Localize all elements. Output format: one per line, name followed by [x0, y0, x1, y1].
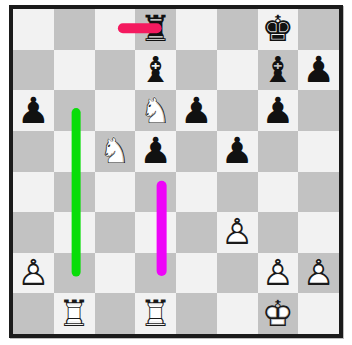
white-rook-d1[interactable]: ♜♖ [135, 293, 176, 334]
square-d6[interactable]: ♞♘ [135, 90, 176, 131]
square-d1[interactable]: ♜♖ [135, 293, 176, 334]
square-c4[interactable] [95, 172, 136, 213]
square-d5[interactable]: ♟ [135, 131, 176, 172]
black-bishop-glyph: ♝ [139, 52, 171, 88]
square-b2[interactable] [54, 253, 95, 294]
square-g6[interactable]: ♟ [258, 90, 299, 131]
square-f2[interactable] [217, 253, 258, 294]
square-b4[interactable] [54, 172, 95, 213]
white-pawn-a2[interactable]: ♟♙ [13, 253, 54, 294]
square-e2[interactable] [176, 253, 217, 294]
square-b1[interactable]: ♜♖ [54, 293, 95, 334]
square-f3[interactable]: ♟♙ [217, 212, 258, 253]
square-c7[interactable] [95, 50, 136, 91]
square-e7[interactable] [176, 50, 217, 91]
square-c2[interactable] [95, 253, 136, 294]
square-c6[interactable] [95, 90, 136, 131]
white-pawn-glyph: ♙ [17, 255, 49, 291]
square-a4[interactable] [13, 172, 54, 213]
black-pawn-a6[interactable]: ♟ [13, 90, 54, 131]
square-c3[interactable] [95, 212, 136, 253]
square-g5[interactable] [258, 131, 299, 172]
black-pawn-g6[interactable]: ♟ [258, 90, 299, 131]
chess-board: ♜♚♝♝♟♟♞♘♟♟♞♘♟♟♟♙♟♙♟♙♟♙♜♖♜♖♚♔ [13, 9, 339, 334]
square-h6[interactable] [298, 90, 339, 131]
square-e4[interactable] [176, 172, 217, 213]
square-c1[interactable] [95, 293, 136, 334]
square-g7[interactable]: ♝ [258, 50, 299, 91]
square-f7[interactable] [217, 50, 258, 91]
white-king-glyph: ♔ [262, 296, 294, 332]
square-e5[interactable] [176, 131, 217, 172]
white-rook-glyph: ♖ [139, 296, 171, 332]
square-h5[interactable] [298, 131, 339, 172]
square-a5[interactable] [13, 131, 54, 172]
square-b5[interactable] [54, 131, 95, 172]
white-knight-d6[interactable]: ♞♘ [135, 90, 176, 131]
white-knight-c5[interactable]: ♞♘ [95, 131, 136, 172]
board-frame: ♜♚♝♝♟♟♞♘♟♟♞♘♟♟♟♙♟♙♟♙♟♙♜♖♜♖♚♔ [9, 5, 343, 338]
black-rook-glyph: ♜ [139, 11, 171, 47]
square-h7[interactable]: ♟ [298, 50, 339, 91]
square-a2[interactable]: ♟♙ [13, 253, 54, 294]
square-a8[interactable] [13, 9, 54, 50]
white-pawn-g2[interactable]: ♟♙ [258, 253, 299, 294]
square-b7[interactable] [54, 50, 95, 91]
square-c5[interactable]: ♞♘ [95, 131, 136, 172]
square-g8[interactable]: ♚ [258, 9, 299, 50]
square-d4[interactable] [135, 172, 176, 213]
square-f4[interactable] [217, 172, 258, 213]
white-pawn-glyph: ♙ [221, 214, 253, 250]
black-pawn-e6[interactable]: ♟ [176, 90, 217, 131]
white-knight-glyph: ♘ [139, 93, 171, 129]
square-e1[interactable] [176, 293, 217, 334]
square-h1[interactable] [298, 293, 339, 334]
square-g2[interactable]: ♟♙ [258, 253, 299, 294]
square-a6[interactable]: ♟ [13, 90, 54, 131]
white-rook-glyph: ♖ [58, 296, 90, 332]
square-d7[interactable]: ♝ [135, 50, 176, 91]
square-h8[interactable] [298, 9, 339, 50]
white-pawn-f3[interactable]: ♟♙ [217, 212, 258, 253]
black-pawn-f5[interactable]: ♟ [217, 131, 258, 172]
black-bishop-d7[interactable]: ♝ [135, 50, 176, 91]
black-bishop-g7[interactable]: ♝ [258, 50, 299, 91]
square-g1[interactable]: ♚♔ [258, 293, 299, 334]
black-pawn-glyph: ♟ [302, 52, 334, 88]
square-g4[interactable] [258, 172, 299, 213]
black-king-glyph: ♚ [262, 11, 294, 47]
black-pawn-d5[interactable]: ♟ [135, 131, 176, 172]
white-knight-glyph: ♘ [99, 133, 131, 169]
black-bishop-glyph: ♝ [262, 52, 294, 88]
black-pawn-glyph: ♟ [180, 93, 212, 129]
square-c8[interactable] [95, 9, 136, 50]
white-pawn-glyph: ♙ [262, 255, 294, 291]
white-rook-b1[interactable]: ♜♖ [54, 293, 95, 334]
square-f8[interactable] [217, 9, 258, 50]
black-king-g8[interactable]: ♚ [258, 9, 299, 50]
square-d3[interactable] [135, 212, 176, 253]
square-b8[interactable] [54, 9, 95, 50]
square-h3[interactable] [298, 212, 339, 253]
black-rook-d8[interactable]: ♜ [135, 9, 176, 50]
square-e6[interactable]: ♟ [176, 90, 217, 131]
black-pawn-glyph: ♟ [262, 93, 294, 129]
square-f1[interactable] [217, 293, 258, 334]
black-pawn-glyph: ♟ [17, 93, 49, 129]
square-b3[interactable] [54, 212, 95, 253]
chess-diagram: ♜♚♝♝♟♟♞♘♟♟♞♘♟♟♟♙♟♙♟♙♟♙♜♖♜♖♚♔ [0, 0, 352, 345]
square-d8[interactable]: ♜ [135, 9, 176, 50]
square-b6[interactable] [54, 90, 95, 131]
square-a7[interactable] [13, 50, 54, 91]
white-king-g1[interactable]: ♚♔ [258, 293, 299, 334]
square-a3[interactable] [13, 212, 54, 253]
square-h4[interactable] [298, 172, 339, 213]
square-a1[interactable] [13, 293, 54, 334]
black-pawn-glyph: ♟ [221, 133, 253, 169]
white-pawn-glyph: ♙ [302, 255, 334, 291]
square-e3[interactable] [176, 212, 217, 253]
square-g3[interactable] [258, 212, 299, 253]
square-f5[interactable]: ♟ [217, 131, 258, 172]
square-f6[interactable] [217, 90, 258, 131]
black-pawn-glyph: ♟ [139, 133, 171, 169]
white-pawn-h2[interactable]: ♟♙ [298, 253, 339, 294]
square-e8[interactable] [176, 9, 217, 50]
black-pawn-h7[interactable]: ♟ [298, 50, 339, 91]
square-d2[interactable] [135, 253, 176, 294]
square-h2[interactable]: ♟♙ [298, 253, 339, 294]
